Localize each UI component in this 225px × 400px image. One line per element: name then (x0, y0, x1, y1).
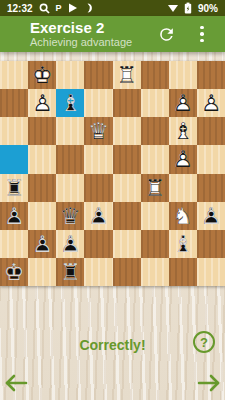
piece-white-pawn: ♟♙ (169, 89, 197, 117)
app-bar: Exercise 2 Achieving advantage (0, 16, 225, 52)
refresh-icon (157, 25, 176, 44)
square-g8[interactable] (169, 61, 197, 89)
square-c6[interactable] (56, 117, 84, 145)
square-d8[interactable] (84, 61, 112, 89)
piece-white-pawn: ♟♙ (28, 89, 56, 117)
app-screen: 12:32 P (0, 0, 225, 400)
play-icon (68, 3, 77, 13)
piece-black-pawn: ♟♙ (0, 202, 28, 230)
piece-white-queen: ♛♕ (84, 117, 112, 145)
square-b6[interactable] (28, 117, 56, 145)
moon-icon (83, 3, 93, 13)
square-h6[interactable] (197, 117, 225, 145)
square-a8[interactable] (0, 61, 28, 89)
notification-icons: P (39, 3, 93, 14)
piece-black-pawn: ♟♙ (28, 230, 56, 258)
square-a2[interactable] (0, 230, 28, 258)
square-g5[interactable]: ♟♙ (169, 145, 197, 173)
square-f5[interactable] (141, 145, 169, 173)
piece-white-pawn: ♟♙ (169, 145, 197, 173)
overflow-menu-button[interactable] (190, 22, 214, 46)
search-icon (39, 3, 50, 14)
square-h1[interactable] (197, 258, 225, 286)
square-f7[interactable] (141, 89, 169, 117)
square-f3[interactable] (141, 202, 169, 230)
square-e8[interactable]: ♜♖ (113, 61, 141, 89)
square-e1[interactable] (113, 258, 141, 286)
arrow-right-icon (199, 376, 218, 390)
square-b3[interactable] (28, 202, 56, 230)
square-g7[interactable]: ♟♙ (169, 89, 197, 117)
square-e3[interactable] (113, 202, 141, 230)
square-a3[interactable]: ♟♙ (0, 202, 28, 230)
previous-exercise-button[interactable] (3, 372, 29, 394)
piece-white-knight: ♞♘ (169, 202, 197, 230)
piece-black-pawn: ♟♙ (197, 202, 225, 230)
piece-black-pawn: ♟♙ (56, 230, 84, 258)
square-c7[interactable]: ♝♗ (56, 89, 84, 117)
square-g4[interactable] (169, 174, 197, 202)
refresh-button[interactable] (154, 22, 178, 46)
arrow-left-icon (7, 376, 26, 390)
overflow-menu-icon (200, 26, 204, 43)
piece-black-rook: ♜♖ (0, 174, 28, 202)
square-h5[interactable] (197, 145, 225, 173)
wifi-icon (168, 4, 178, 13)
square-d4[interactable] (84, 174, 112, 202)
battery-percent: 90% (198, 3, 218, 14)
next-exercise-button[interactable] (196, 372, 222, 394)
square-g1[interactable] (169, 258, 197, 286)
piece-white-king: ♚♔ (28, 61, 56, 89)
square-c5[interactable] (56, 145, 84, 173)
help-button[interactable]: ? (193, 331, 215, 353)
square-h3[interactable]: ♟♙ (197, 202, 225, 230)
square-a6[interactable] (0, 117, 28, 145)
square-c8[interactable] (56, 61, 84, 89)
clock: 12:32 (7, 3, 33, 14)
square-b7[interactable]: ♟♙ (28, 89, 56, 117)
square-d2[interactable] (84, 230, 112, 258)
square-a7[interactable] (0, 89, 28, 117)
square-f6[interactable] (141, 117, 169, 145)
piece-black-bishop: ♝♗ (169, 230, 197, 258)
piece-white-rook: ♜♖ (141, 174, 169, 202)
question-mark-icon: ? (200, 335, 208, 350)
piece-black-queen: ♛♕ (56, 202, 84, 230)
status-bar: 12:32 P (0, 0, 225, 16)
square-e6[interactable] (113, 117, 141, 145)
square-c4[interactable] (56, 174, 84, 202)
square-g6[interactable]: ♝♗ (169, 117, 197, 145)
square-d1[interactable] (84, 258, 112, 286)
square-e2[interactable] (113, 230, 141, 258)
square-a5[interactable] (0, 145, 28, 173)
square-f2[interactable] (141, 230, 169, 258)
square-h8[interactable] (197, 61, 225, 89)
piece-white-rook: ♜♖ (113, 61, 141, 89)
system-icons: 90% (168, 2, 218, 14)
square-h4[interactable] (197, 174, 225, 202)
square-a4[interactable]: ♜♖ (0, 174, 28, 202)
piece-black-bishop: ♝♗ (56, 89, 84, 117)
square-d5[interactable] (84, 145, 112, 173)
square-f4[interactable]: ♜♖ (141, 174, 169, 202)
battery-icon (184, 2, 192, 14)
square-e4[interactable] (113, 174, 141, 202)
square-d7[interactable] (84, 89, 112, 117)
square-b5[interactable] (28, 145, 56, 173)
square-g3[interactable]: ♞♘ (169, 202, 197, 230)
square-h7[interactable]: ♟♙ (197, 89, 225, 117)
square-a1[interactable]: ♚♔ (0, 258, 28, 286)
square-h2[interactable] (197, 230, 225, 258)
square-d3[interactable]: ♟♙ (84, 202, 112, 230)
square-e7[interactable] (113, 89, 141, 117)
chess-board: ♚♔♜♖♟♙♝♗♟♙♟♙♛♕♝♗♟♙♜♖♜♖♟♙♛♕♟♙♞♘♟♙♟♙♟♙♝♗♚♔… (0, 61, 225, 286)
square-f8[interactable] (141, 61, 169, 89)
piece-black-pawn: ♟♙ (84, 202, 112, 230)
square-b8[interactable]: ♚♔ (28, 61, 56, 89)
piece-black-rook: ♜♖ (56, 258, 84, 286)
piece-white-pawn: ♟♙ (197, 89, 225, 117)
square-b2[interactable]: ♟♙ (28, 230, 56, 258)
square-b1[interactable] (28, 258, 56, 286)
p-notification-icon: P (56, 3, 62, 13)
square-f1[interactable] (141, 258, 169, 286)
square-c2[interactable]: ♟♙ (56, 230, 84, 258)
piece-black-king: ♚♔ (0, 258, 28, 286)
result-message: Correctly! (0, 337, 225, 353)
square-g2[interactable]: ♝♗ (169, 230, 197, 258)
piece-white-bishop: ♝♗ (169, 117, 197, 145)
square-d6[interactable]: ♛♕ (84, 117, 112, 145)
square-c1[interactable]: ♜♖ (56, 258, 84, 286)
square-b4[interactable] (28, 174, 56, 202)
square-c3[interactable]: ♛♕ (56, 202, 84, 230)
square-e5[interactable] (113, 145, 141, 173)
